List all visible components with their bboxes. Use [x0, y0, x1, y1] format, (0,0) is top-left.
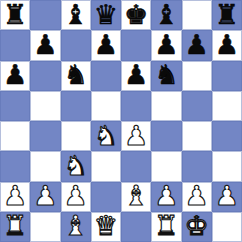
white-pawn-piece[interactable]: ♟	[124, 122, 148, 149]
square-e3[interactable]	[121, 151, 151, 181]
square-f6[interactable]: ♞	[151, 61, 181, 91]
square-g7[interactable]: ♟	[182, 30, 212, 60]
black-pawn-piece[interactable]: ♟	[154, 31, 178, 58]
black-knight-piece[interactable]: ♞	[154, 61, 178, 88]
square-d4[interactable]: ♞	[91, 121, 121, 151]
square-b4[interactable]	[30, 121, 60, 151]
square-f3[interactable]	[151, 151, 181, 181]
square-h1[interactable]	[212, 212, 242, 242]
square-f1[interactable]: ♜	[151, 212, 181, 242]
square-d7[interactable]: ♟	[91, 30, 121, 60]
white-queen-piece[interactable]: ♛	[94, 212, 118, 239]
black-queen-piece[interactable]: ♛	[94, 1, 118, 28]
white-knight-piece[interactable]: ♞	[94, 122, 118, 149]
square-g4[interactable]	[182, 121, 212, 151]
square-g8[interactable]	[182, 0, 212, 30]
square-b6[interactable]	[30, 61, 60, 91]
square-h2[interactable]: ♟	[212, 182, 242, 212]
black-king-piece[interactable]: ♚	[124, 1, 148, 28]
square-a7[interactable]	[0, 30, 30, 60]
square-e1[interactable]	[121, 212, 151, 242]
square-h8[interactable]: ♜	[212, 0, 242, 30]
black-pawn-piece[interactable]: ♟	[215, 31, 239, 58]
square-a2[interactable]: ♟	[0, 182, 30, 212]
square-c2[interactable]: ♟	[61, 182, 91, 212]
square-g1[interactable]: ♚	[182, 212, 212, 242]
black-pawn-piece[interactable]: ♟	[124, 61, 148, 88]
square-h5[interactable]	[212, 91, 242, 121]
square-e8[interactable]: ♚	[121, 0, 151, 30]
square-c8[interactable]: ♝	[61, 0, 91, 30]
white-rook-piece[interactable]: ♜	[154, 212, 178, 239]
square-b1[interactable]	[30, 212, 60, 242]
white-pawn-piece[interactable]: ♟	[64, 182, 88, 209]
square-g6[interactable]	[182, 61, 212, 91]
square-h6[interactable]	[212, 61, 242, 91]
square-e7[interactable]	[121, 30, 151, 60]
square-c5[interactable]	[61, 91, 91, 121]
square-d6[interactable]	[91, 61, 121, 91]
black-pawn-piece[interactable]: ♟	[94, 31, 118, 58]
square-c6[interactable]: ♞	[61, 61, 91, 91]
square-e2[interactable]: ♝	[121, 182, 151, 212]
square-c3[interactable]: ♞	[61, 151, 91, 181]
square-a1[interactable]: ♜	[0, 212, 30, 242]
square-a8[interactable]: ♜	[0, 0, 30, 30]
square-e5[interactable]	[121, 91, 151, 121]
white-pawn-piece[interactable]: ♟	[33, 182, 57, 209]
black-rook-piece[interactable]: ♜	[215, 1, 239, 28]
square-c4[interactable]	[61, 121, 91, 151]
square-a4[interactable]	[0, 121, 30, 151]
square-g5[interactable]	[182, 91, 212, 121]
white-rook-piece[interactable]: ♜	[3, 212, 27, 239]
square-d5[interactable]	[91, 91, 121, 121]
square-d1[interactable]: ♛	[91, 212, 121, 242]
black-bishop-piece[interactable]: ♝	[154, 1, 178, 28]
square-d3[interactable]	[91, 151, 121, 181]
black-pawn-piece[interactable]: ♟	[33, 31, 57, 58]
square-g3[interactable]	[182, 151, 212, 181]
black-bishop-piece[interactable]: ♝	[64, 1, 88, 28]
square-b3[interactable]	[30, 151, 60, 181]
square-f8[interactable]: ♝	[151, 0, 181, 30]
square-b2[interactable]: ♟	[30, 182, 60, 212]
square-a6[interactable]: ♟	[0, 61, 30, 91]
square-d2[interactable]	[91, 182, 121, 212]
black-knight-piece[interactable]: ♞	[64, 61, 88, 88]
white-bishop-piece[interactable]: ♝	[124, 182, 148, 209]
square-e4[interactable]: ♟	[121, 121, 151, 151]
square-d8[interactable]: ♛	[91, 0, 121, 30]
square-h4[interactable]	[212, 121, 242, 151]
black-pawn-piece[interactable]: ♟	[185, 31, 209, 58]
square-b7[interactable]: ♟	[30, 30, 60, 60]
white-pawn-piece[interactable]: ♟	[215, 182, 239, 209]
chess-board: ♜♝♛♚♝♜♟♟♟♟♟♟♞♟♞♞♟♞♟♟♟♝♟♟♟♜♝♛♜♚	[0, 0, 242, 242]
square-g2[interactable]: ♟	[182, 182, 212, 212]
white-king-piece[interactable]: ♚	[185, 212, 209, 239]
square-a3[interactable]	[0, 151, 30, 181]
white-knight-piece[interactable]: ♞	[64, 152, 88, 179]
white-pawn-piece[interactable]: ♟	[154, 182, 178, 209]
square-a5[interactable]	[0, 91, 30, 121]
square-c7[interactable]	[61, 30, 91, 60]
square-h7[interactable]: ♟	[212, 30, 242, 60]
white-pawn-piece[interactable]: ♟	[185, 182, 209, 209]
square-e6[interactable]: ♟	[121, 61, 151, 91]
square-f7[interactable]: ♟	[151, 30, 181, 60]
white-bishop-piece[interactable]: ♝	[64, 212, 88, 239]
square-h3[interactable]	[212, 151, 242, 181]
square-f5[interactable]	[151, 91, 181, 121]
square-f4[interactable]	[151, 121, 181, 151]
square-b5[interactable]	[30, 91, 60, 121]
square-f2[interactable]: ♟	[151, 182, 181, 212]
white-pawn-piece[interactable]: ♟	[3, 182, 27, 209]
black-rook-piece[interactable]: ♜	[3, 1, 27, 28]
square-c1[interactable]: ♝	[61, 212, 91, 242]
square-b8[interactable]	[30, 0, 60, 30]
black-pawn-piece[interactable]: ♟	[3, 61, 27, 88]
